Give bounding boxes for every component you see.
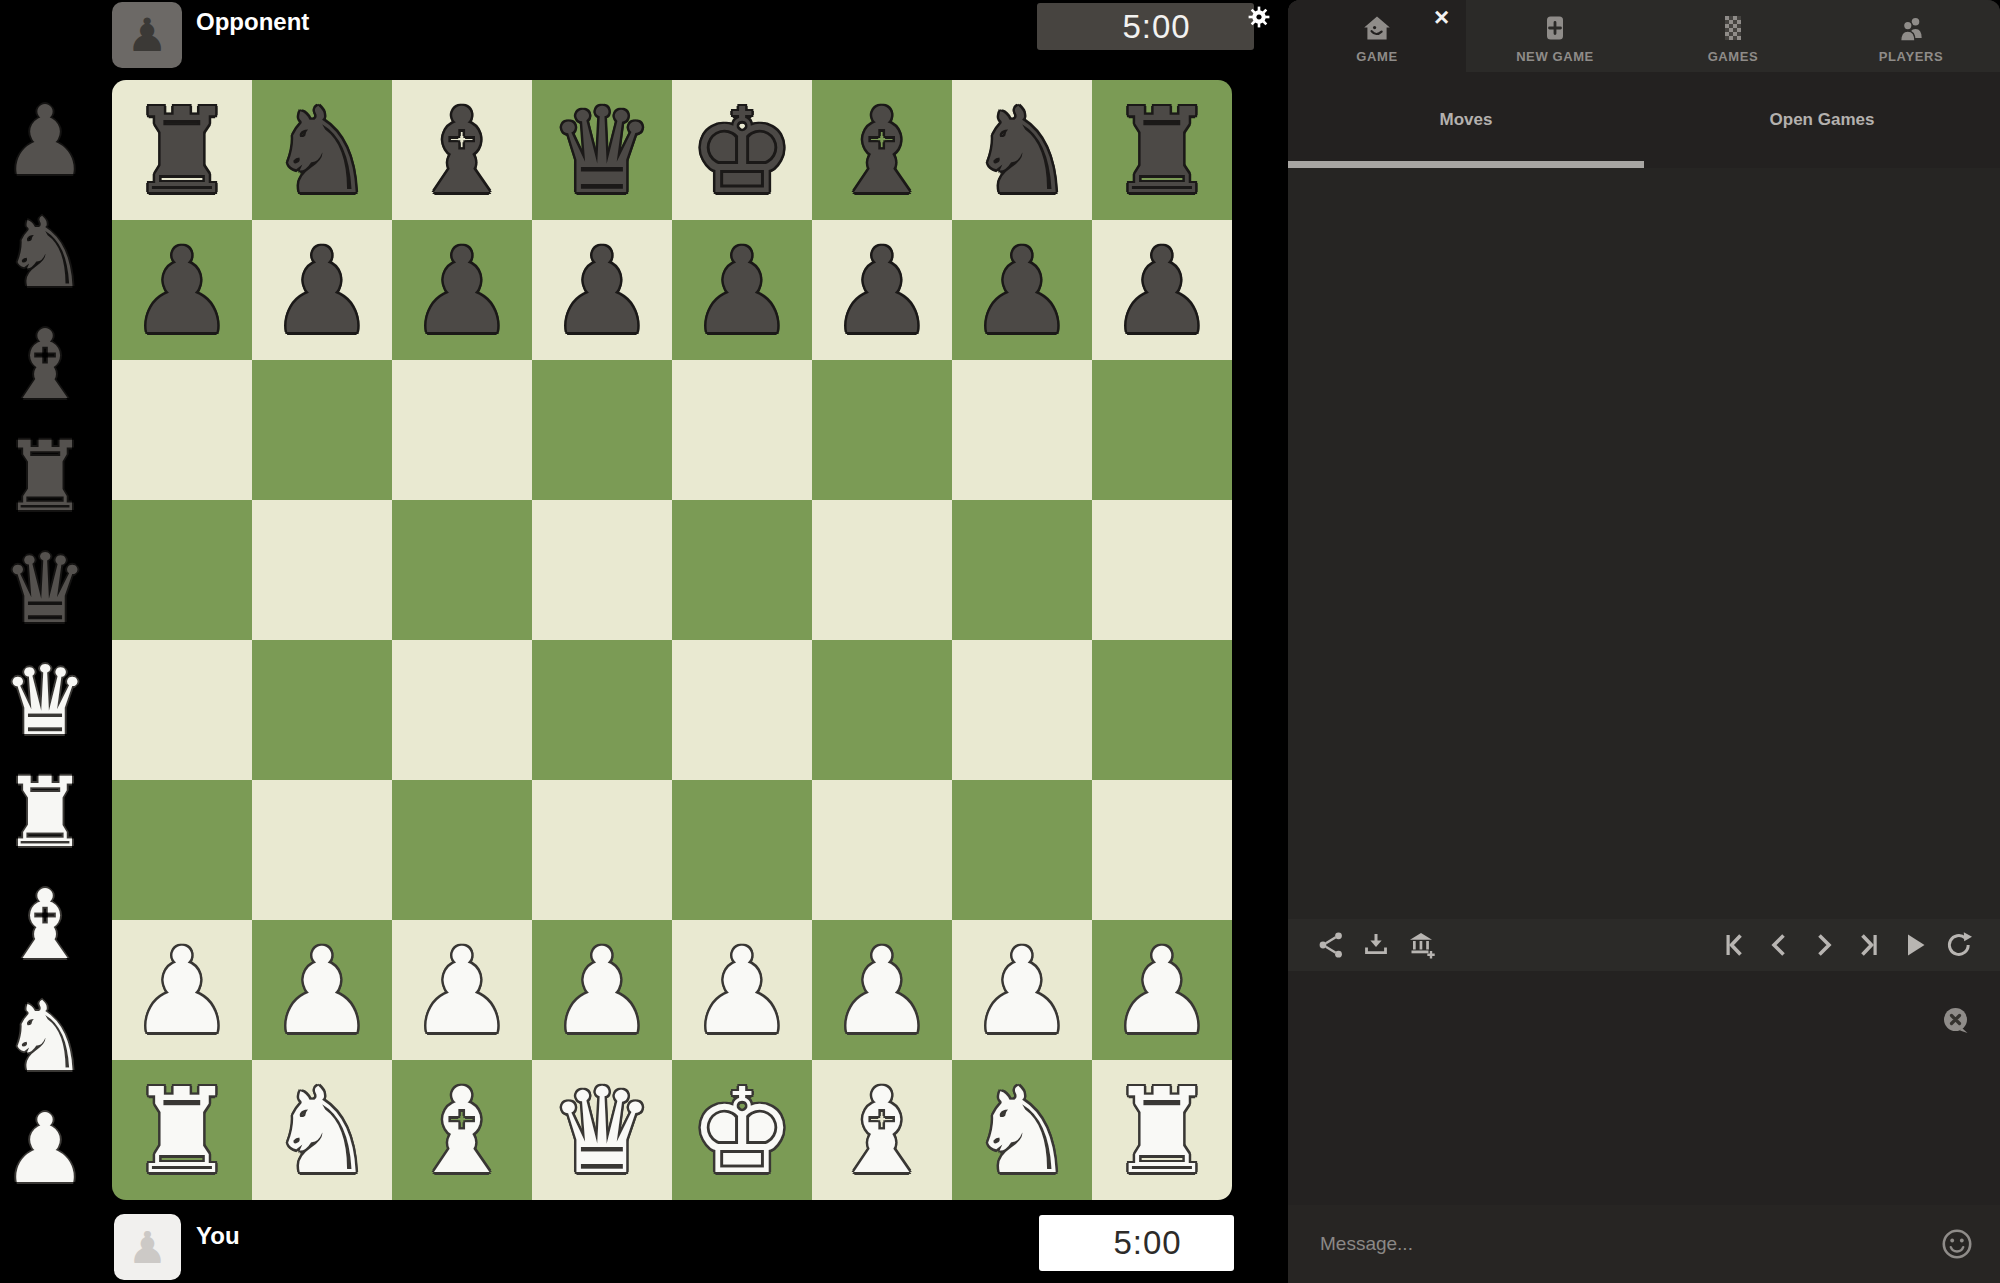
piece-white-bishop[interactable]: ♝: [392, 1060, 532, 1200]
smiley-icon[interactable]: [1940, 1227, 1974, 1261]
opponent-name: Opponent: [196, 8, 309, 36]
piece-black-bishop[interactable]: ♝: [812, 80, 952, 220]
piece-white-pawn[interactable]: ♟: [812, 920, 952, 1060]
square-g1[interactable]: ♞: [952, 1060, 1092, 1200]
piece-white-knight[interactable]: ♞: [252, 1060, 392, 1200]
square-c4[interactable]: [392, 640, 532, 780]
square-h8[interactable]: ♜: [1092, 80, 1232, 220]
square-h1[interactable]: ♜: [1092, 1060, 1232, 1200]
square-g6[interactable]: [952, 360, 1092, 500]
piece-black-knight[interactable]: ♞: [252, 80, 392, 220]
square-f7[interactable]: ♟: [812, 220, 952, 360]
piece-black-rook[interactable]: ♜: [1092, 80, 1232, 220]
square-g7[interactable]: ♟: [952, 220, 1092, 360]
piece-white-queen[interactable]: ♛: [532, 1060, 672, 1200]
piece-white-rook[interactable]: ♜: [112, 1060, 252, 1200]
square-b7[interactable]: ♟: [252, 220, 392, 360]
opponent-avatar[interactable]: ♟: [112, 2, 182, 68]
piece-black-pawn[interactable]: ♟: [252, 220, 392, 360]
square-d3[interactable]: [532, 780, 672, 920]
square-b3[interactable]: [252, 780, 392, 920]
spare-piece-white-knight[interactable]: ♞: [0, 981, 90, 1093]
chess-app: ♟♞♝♜♛♛♜♝♞♟ ♟ Opponent 5:00 ♜♞♝♛♚♝♞♜♟♟♟♟♟…: [0, 0, 2000, 1283]
square-h5[interactable]: [1092, 500, 1232, 640]
square-e5[interactable]: [672, 500, 812, 640]
spare-piece-black-rook[interactable]: ♜: [0, 421, 90, 533]
game-toolbar: [1288, 919, 2000, 971]
piece-white-pawn[interactable]: ♟: [672, 920, 812, 1060]
square-e6[interactable]: [672, 360, 812, 500]
nav-label-players: PLAYERS: [1879, 49, 1943, 64]
opponent-clock: 5:00: [1037, 3, 1254, 50]
chat-messages: [1288, 971, 2000, 1205]
piece-white-pawn[interactable]: ♟: [252, 920, 392, 1060]
square-f8[interactable]: ♝: [812, 80, 952, 220]
square-g8[interactable]: ♞: [952, 80, 1092, 220]
piece-black-queen[interactable]: ♛: [532, 80, 672, 220]
piece-black-pawn[interactable]: ♟: [952, 220, 1092, 360]
piece-white-pawn[interactable]: ♟: [532, 920, 672, 1060]
previous-icon[interactable]: [1764, 930, 1794, 960]
piece-black-bishop[interactable]: ♝: [392, 80, 532, 220]
square-e1[interactable]: ♚: [672, 1060, 812, 1200]
square-b8[interactable]: ♞: [252, 80, 392, 220]
next-icon[interactable]: [1809, 930, 1839, 960]
piece-black-pawn[interactable]: ♟: [112, 220, 252, 360]
chat-dismiss-icon[interactable]: [1940, 1005, 1972, 1037]
square-g4[interactable]: [952, 640, 1092, 780]
skip-start-icon[interactable]: [1719, 930, 1749, 960]
tab-moves[interactable]: Moves: [1288, 72, 1644, 168]
piece-black-pawn[interactable]: ♟: [672, 220, 812, 360]
top-nav: GAME × NEW GAME: [1288, 0, 2000, 72]
square-f2[interactable]: ♟: [812, 920, 952, 1060]
spare-piece-white-queen[interactable]: ♛: [0, 645, 90, 757]
chess-board: ♜♞♝♛♚♝♞♜♟♟♟♟♟♟♟♟♟♟♟♟♟♟♟♟♜♞♝♛♚♝♞♜: [112, 80, 1232, 1200]
side-panel: GAME × NEW GAME: [1288, 0, 2000, 1283]
square-d1[interactable]: ♛: [532, 1060, 672, 1200]
close-icon[interactable]: ×: [1434, 4, 1449, 30]
square-h7[interactable]: ♟: [1092, 220, 1232, 360]
square-b1[interactable]: ♞: [252, 1060, 392, 1200]
spare-piece-white-pawn[interactable]: ♟: [0, 1093, 90, 1205]
square-g2[interactable]: ♟: [952, 920, 1092, 1060]
piece-white-pawn[interactable]: ♟: [1092, 920, 1232, 1060]
you-clock: 5:00: [1039, 1215, 1234, 1271]
square-a6[interactable]: [112, 360, 252, 500]
square-a1[interactable]: ♜: [112, 1060, 252, 1200]
square-c8[interactable]: ♝: [392, 80, 532, 220]
new-game-icon: [1541, 14, 1569, 42]
square-d4[interactable]: [532, 640, 672, 780]
message-input[interactable]: [1318, 1232, 1928, 1256]
tab-open-games[interactable]: Open Games: [1644, 72, 2000, 168]
square-c5[interactable]: [392, 500, 532, 640]
piece-black-pawn[interactable]: ♟: [812, 220, 952, 360]
nav-label-games: GAMES: [1708, 49, 1759, 64]
gear-icon[interactable]: [1246, 4, 1272, 30]
nav-label-new-game: NEW GAME: [1516, 49, 1594, 64]
square-e3[interactable]: [672, 780, 812, 920]
square-f3[interactable]: [812, 780, 952, 920]
piece-black-pawn[interactable]: ♟: [1092, 220, 1232, 360]
square-e8[interactable]: ♚: [672, 80, 812, 220]
piece-white-bishop[interactable]: ♝: [812, 1060, 952, 1200]
panel-tabs: Moves Open Games: [1288, 72, 2000, 168]
piece-black-rook[interactable]: ♜: [112, 80, 252, 220]
piece-white-king[interactable]: ♚: [672, 1060, 812, 1200]
square-b5[interactable]: [252, 500, 392, 640]
square-b4[interactable]: [252, 640, 392, 780]
toolbar-nav-group: [1719, 930, 1974, 960]
piece-white-knight[interactable]: ♞: [952, 1060, 1092, 1200]
toolbar-left-group: [1316, 930, 1436, 960]
square-d7[interactable]: ♟: [532, 220, 672, 360]
square-d5[interactable]: [532, 500, 672, 640]
piece-white-rook[interactable]: ♜: [1092, 1060, 1232, 1200]
share-icon[interactable]: [1316, 930, 1346, 960]
piece-black-pawn[interactable]: ♟: [392, 220, 532, 360]
square-f4[interactable]: [812, 640, 952, 780]
square-d6[interactable]: [532, 360, 672, 500]
square-a5[interactable]: [112, 500, 252, 640]
spare-piece-black-knight[interactable]: ♞: [0, 197, 90, 309]
square-g3[interactable]: [952, 780, 1092, 920]
square-f6[interactable]: [812, 360, 952, 500]
square-a2[interactable]: ♟: [112, 920, 252, 1060]
square-f5[interactable]: [812, 500, 952, 640]
home-icon: [1363, 14, 1391, 42]
square-b6[interactable]: [252, 360, 392, 500]
you-name: You: [196, 1222, 240, 1250]
square-e4[interactable]: [672, 640, 812, 780]
square-h6[interactable]: [1092, 360, 1232, 500]
you-avatar[interactable]: ♟: [114, 1214, 181, 1280]
message-bar: [1288, 1205, 2000, 1283]
players-icon: [1897, 14, 1925, 42]
square-a7[interactable]: ♟: [112, 220, 252, 360]
square-a4[interactable]: [112, 640, 252, 780]
spare-piece-white-rook[interactable]: ♜: [0, 757, 90, 869]
square-e7[interactable]: ♟: [672, 220, 812, 360]
square-h2[interactable]: ♟: [1092, 920, 1232, 1060]
square-b2[interactable]: ♟: [252, 920, 392, 1060]
square-c3[interactable]: [392, 780, 532, 920]
spare-piece-black-bishop[interactable]: ♝: [0, 309, 90, 421]
skip-end-icon[interactable]: [1854, 930, 1884, 960]
square-c2[interactable]: ♟: [392, 920, 532, 1060]
square-h3[interactable]: [1092, 780, 1232, 920]
spare-piece-black-pawn[interactable]: ♟: [0, 85, 90, 197]
nav-label-game: GAME: [1356, 49, 1397, 64]
download-icon[interactable]: [1361, 930, 1391, 960]
square-a3[interactable]: [112, 780, 252, 920]
piece-white-pawn[interactable]: ♟: [952, 920, 1092, 1060]
piece-black-pawn[interactable]: ♟: [532, 220, 672, 360]
square-c7[interactable]: ♟: [392, 220, 532, 360]
square-e2[interactable]: ♟: [672, 920, 812, 1060]
square-c6[interactable]: [392, 360, 532, 500]
moves-tab-underline: [1288, 161, 1644, 168]
piece-black-king[interactable]: ♚: [672, 80, 812, 220]
refresh-icon[interactable]: [1944, 930, 1974, 960]
play-icon[interactable]: [1899, 930, 1929, 960]
archive-add-icon[interactable]: [1406, 930, 1436, 960]
square-h4[interactable]: [1092, 640, 1232, 780]
spare-piece-tray: ♟♞♝♜♛♛♜♝♞♟: [0, 85, 90, 1195]
square-f1[interactable]: ♝: [812, 1060, 952, 1200]
square-d8[interactable]: ♛: [532, 80, 672, 220]
piece-black-knight[interactable]: ♞: [952, 80, 1092, 220]
spare-piece-black-queen[interactable]: ♛: [0, 533, 90, 645]
games-board-icon: [1719, 14, 1747, 42]
spare-piece-white-bishop[interactable]: ♝: [0, 869, 90, 981]
square-c1[interactable]: ♝: [392, 1060, 532, 1200]
square-a8[interactable]: ♜: [112, 80, 252, 220]
piece-white-pawn[interactable]: ♟: [112, 920, 252, 1060]
moves-list: [1288, 168, 2000, 919]
square-d2[interactable]: ♟: [532, 920, 672, 1060]
piece-white-pawn[interactable]: ♟: [392, 920, 532, 1060]
square-g5[interactable]: [952, 500, 1092, 640]
